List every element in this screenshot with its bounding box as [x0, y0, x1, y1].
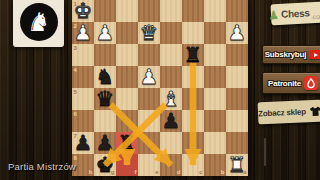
rank-label-4: 4	[74, 67, 77, 73]
piece-black-pawn-d6[interactable]: ♟	[160, 110, 182, 132]
square-f8[interactable]: f	[116, 154, 138, 176]
square-b8[interactable]: b	[204, 154, 226, 176]
square-f6[interactable]	[116, 110, 138, 132]
piece-white-pawn-h2[interactable]: ♟	[72, 22, 94, 44]
square-h4[interactable]: 4	[72, 66, 94, 88]
wood-scratch	[264, 138, 266, 166]
chesscom-sign[interactable]: ♟ Chess .com	[270, 2, 320, 26]
piece-black-rook-c3[interactable]: ♜	[182, 44, 204, 66]
square-h2[interactable]: 2♟	[72, 22, 94, 44]
square-b2[interactable]	[204, 22, 226, 44]
patronite-sign[interactable]: Patronite	[262, 72, 320, 94]
channel-logo-card: ♞	[13, 0, 64, 47]
piece-white-queen-e2[interactable]: ♛	[138, 22, 160, 44]
piece-black-pawn-g7[interactable]: ♟	[94, 132, 116, 154]
square-c3[interactable]: ♜	[182, 44, 204, 66]
piece-white-pawn-g2[interactable]: ♟	[94, 22, 116, 44]
piece-white-bishop-d5[interactable]: ♝	[160, 88, 182, 110]
piece-white-rook-a8[interactable]: ♜	[226, 154, 248, 176]
piece-black-pawn-h7[interactable]: ♟	[72, 132, 94, 154]
square-d1[interactable]	[160, 0, 182, 22]
file-label-e: e	[155, 169, 158, 175]
square-e3[interactable]	[138, 44, 160, 66]
square-d5[interactable]: ♝	[160, 88, 182, 110]
piece-white-pawn-a2[interactable]: ♟	[226, 22, 248, 44]
square-d7[interactable]	[160, 132, 182, 154]
file-label-b: b	[221, 169, 225, 175]
square-b1[interactable]	[204, 0, 226, 22]
square-a3[interactable]	[226, 44, 248, 66]
square-e6[interactable]	[138, 110, 160, 132]
square-f5[interactable]	[116, 88, 138, 110]
subscribe-label: Subskrybuj	[265, 50, 307, 59]
square-d6[interactable]: ♟	[160, 110, 182, 132]
square-a6[interactable]	[226, 110, 248, 132]
caption-title: Partia Mistrzów	[8, 161, 76, 172]
patronite-drop-icon	[304, 76, 318, 90]
square-c6[interactable]	[182, 110, 204, 132]
file-label-f: f	[135, 169, 137, 175]
piece-white-pawn-e4[interactable]: ♟	[138, 66, 160, 88]
rank-label-3: 3	[74, 45, 77, 51]
square-h5[interactable]: 5	[72, 88, 94, 110]
square-h1[interactable]: 1♚	[72, 0, 94, 22]
chesscom-label: Chess	[281, 7, 310, 19]
square-d3[interactable]	[160, 44, 182, 66]
chess-board[interactable]: 1♚2♟♟♛♟3♜4♞♟5♛♝6♟7♟♟♜8hg♚fedcba♜	[72, 0, 248, 176]
patronite-label: Patronite	[268, 79, 301, 88]
square-f7[interactable]: ♜	[116, 132, 138, 154]
square-c5[interactable]	[182, 88, 204, 110]
file-label-h: h	[89, 169, 93, 175]
square-g5[interactable]: ♛	[94, 88, 116, 110]
rank-label-5: 5	[74, 89, 77, 95]
rank-label-6: 6	[74, 111, 77, 117]
square-c7[interactable]	[182, 132, 204, 154]
knight-icon: ♞	[27, 3, 50, 41]
square-e1[interactable]	[138, 0, 160, 22]
square-f4[interactable]	[116, 66, 138, 88]
subscribe-sign[interactable]: Subskrybuj	[262, 45, 320, 64]
shop-label: Zobacz sklep	[258, 107, 306, 118]
square-b3[interactable]	[204, 44, 226, 66]
square-f2[interactable]	[116, 22, 138, 44]
square-a1[interactable]	[226, 0, 248, 22]
square-f3[interactable]	[116, 44, 138, 66]
square-e8[interactable]: e	[138, 154, 160, 176]
video-thumbnail: ♞ 1♚2♟♟♛♟3♜4♞♟5♛♝6♟7♟♟♜8hg♚fedcba♜ ♟ Che…	[0, 0, 320, 180]
square-e5[interactable]	[138, 88, 160, 110]
square-g1[interactable]	[94, 0, 116, 22]
tshirt-icon	[309, 105, 320, 117]
square-a7[interactable]	[226, 132, 248, 154]
square-f1[interactable]	[116, 0, 138, 22]
chesscom-suffix: .com	[311, 12, 320, 20]
square-g3[interactable]	[94, 44, 116, 66]
square-h6[interactable]: 6	[72, 110, 94, 132]
piece-black-knight-g4[interactable]: ♞	[94, 66, 116, 88]
channel-logo-circle: ♞	[20, 3, 58, 41]
square-a4[interactable]	[226, 66, 248, 88]
youtube-icon	[309, 50, 320, 59]
square-c2[interactable]	[182, 22, 204, 44]
piece-white-king-h1[interactable]: ♚	[72, 0, 94, 22]
square-a8[interactable]: a♜	[226, 154, 248, 176]
square-e4[interactable]: ♟	[138, 66, 160, 88]
square-c4[interactable]	[182, 66, 204, 88]
square-c8[interactable]: c	[182, 154, 204, 176]
square-g7[interactable]: ♟	[94, 132, 116, 154]
square-b6[interactable]	[204, 110, 226, 132]
square-e7[interactable]	[138, 132, 160, 154]
square-b7[interactable]	[204, 132, 226, 154]
chesscom-pawn-icon: ♟	[268, 8, 279, 21]
square-e2[interactable]: ♛	[138, 22, 160, 44]
shop-sign[interactable]: Zobacz sklep	[258, 100, 320, 125]
square-d8[interactable]: d	[160, 154, 182, 176]
square-b4[interactable]	[204, 66, 226, 88]
piece-black-queen-g5[interactable]: ♛	[94, 88, 116, 110]
square-g2[interactable]: ♟	[94, 22, 116, 44]
square-g6[interactable]	[94, 110, 116, 132]
piece-black-king-g8[interactable]: ♚	[94, 154, 116, 176]
piece-black-rook-f7[interactable]: ♜	[116, 132, 138, 154]
square-h3[interactable]: 3	[72, 44, 94, 66]
square-g8[interactable]: g♚	[94, 154, 116, 176]
square-b5[interactable]	[204, 88, 226, 110]
square-h7[interactable]: 7♟	[72, 132, 94, 154]
square-a5[interactable]	[226, 88, 248, 110]
square-d4[interactable]	[160, 66, 182, 88]
square-c1[interactable]	[182, 0, 204, 22]
square-g4[interactable]: ♞	[94, 66, 116, 88]
file-label-c: c	[199, 169, 202, 175]
square-a2[interactable]: ♟	[226, 22, 248, 44]
square-d2[interactable]	[160, 22, 182, 44]
file-label-d: d	[177, 169, 181, 175]
